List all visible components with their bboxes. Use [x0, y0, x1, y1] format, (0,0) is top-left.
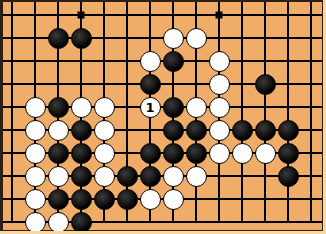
white-stone — [94, 143, 115, 164]
black-stone — [255, 74, 276, 95]
intersection-r3c9[interactable] — [185, 50, 208, 73]
intersection-r6c3[interactable] — [47, 119, 70, 142]
intersection-r4c5[interactable] — [93, 73, 116, 96]
intersection-r7c10[interactable] — [208, 142, 231, 165]
intersection-r1c13[interactable] — [277, 4, 300, 27]
black-stone — [48, 28, 69, 49]
intersection-r7c9[interactable] — [185, 142, 208, 165]
intersection-r8c14[interactable] — [300, 165, 323, 188]
go-diagram: 1 — [0, 0, 326, 234]
black-stone — [163, 120, 184, 141]
intersection-r1c2[interactable] — [24, 4, 47, 27]
intersection-r6c8[interactable] — [162, 119, 185, 142]
intersection-r4c3[interactable] — [47, 73, 70, 96]
intersection-r7c2[interactable] — [24, 142, 47, 165]
intersection-r7c13[interactable] — [277, 142, 300, 165]
intersection-r5c7[interactable]: 1 — [139, 96, 162, 119]
intersection-r1c11[interactable] — [231, 4, 254, 27]
intersection-r9c12[interactable] — [254, 188, 277, 211]
intersection-r7c8[interactable] — [162, 142, 185, 165]
intersection-r6c1[interactable] — [1, 119, 24, 142]
intersection-r6c5[interactable] — [93, 119, 116, 142]
board-intersections: 1 — [1, 4, 323, 234]
white-stone — [25, 189, 46, 210]
black-stone — [163, 97, 184, 118]
intersection-r8c13[interactable] — [277, 165, 300, 188]
white-stone — [140, 51, 161, 72]
black-stone — [232, 120, 253, 141]
intersection-r2c9[interactable] — [185, 27, 208, 50]
intersection-r5c11[interactable] — [231, 96, 254, 119]
intersection-r9c3[interactable] — [47, 188, 70, 211]
intersection-r6c10[interactable] — [208, 119, 231, 142]
intersection-r3c10[interactable] — [208, 50, 231, 73]
white-stone — [94, 120, 115, 141]
white-stone — [209, 120, 230, 141]
black-stone — [48, 189, 69, 210]
black-stone — [186, 143, 207, 164]
intersection-r4c7[interactable] — [139, 73, 162, 96]
intersection-r7c1[interactable] — [1, 142, 24, 165]
intersection-r1c14[interactable] — [300, 4, 323, 27]
white-stone — [25, 166, 46, 187]
black-stone — [278, 143, 299, 164]
white-stone — [163, 189, 184, 210]
intersection-r3c1[interactable] — [1, 50, 24, 73]
intersection-r4c2[interactable] — [24, 73, 47, 96]
intersection-r4c13[interactable] — [277, 73, 300, 96]
intersection-r6c2[interactable] — [24, 119, 47, 142]
intersection-r7c14[interactable] — [300, 142, 323, 165]
intersection-r4c8[interactable] — [162, 73, 185, 96]
intersection-r9c13[interactable] — [277, 188, 300, 211]
intersection-r6c12[interactable] — [254, 119, 277, 142]
intersection-r4c12[interactable] — [254, 73, 277, 96]
intersection-r1c10[interactable] — [208, 4, 231, 27]
go-board: 1 — [3, 2, 322, 230]
intersection-r4c10[interactable] — [208, 73, 231, 96]
intersection-r2c4[interactable] — [70, 27, 93, 50]
intersection-r2c1[interactable] — [1, 27, 24, 50]
intersection-r4c11[interactable] — [231, 73, 254, 96]
intersection-r1c6[interactable] — [116, 4, 139, 27]
intersection-r7c3[interactable] — [47, 142, 70, 165]
white-stone — [209, 74, 230, 95]
intersection-r2c12[interactable] — [254, 27, 277, 50]
intersection-r7c12[interactable] — [254, 142, 277, 165]
intersection-r3c4[interactable] — [70, 50, 93, 73]
intersection-r2c14[interactable] — [300, 27, 323, 50]
white-stone — [48, 166, 69, 187]
intersection-r6c11[interactable] — [231, 119, 254, 142]
white-stone — [209, 143, 230, 164]
black-stone — [71, 143, 92, 164]
intersection-r5c4[interactable] — [70, 96, 93, 119]
intersection-r5c3[interactable] — [47, 96, 70, 119]
white-stone — [25, 97, 46, 118]
intersection-r3c6[interactable] — [116, 50, 139, 73]
white-stone — [186, 28, 207, 49]
intersection-r3c11[interactable] — [231, 50, 254, 73]
intersection-r6c4[interactable] — [70, 119, 93, 142]
black-stone — [140, 74, 161, 95]
intersection-r8c11[interactable] — [231, 165, 254, 188]
intersection-r2c3[interactable] — [47, 27, 70, 50]
intersection-r1c5[interactable] — [93, 4, 116, 27]
intersection-r5c2[interactable] — [24, 96, 47, 119]
intersection-r7c5[interactable] — [93, 142, 116, 165]
intersection-r9c7[interactable] — [139, 188, 162, 211]
black-stone — [48, 143, 69, 164]
intersection-r1c12[interactable] — [254, 4, 277, 27]
intersection-r5c14[interactable] — [300, 96, 323, 119]
black-stone — [140, 166, 161, 187]
intersection-r5c13[interactable] — [277, 96, 300, 119]
white-stone — [48, 212, 69, 233]
white-stone — [255, 143, 276, 164]
intersection-r3c3[interactable] — [47, 50, 70, 73]
intersection-r3c12[interactable] — [254, 50, 277, 73]
intersection-r8c12[interactable] — [254, 165, 277, 188]
intersection-r9c1[interactable] — [1, 188, 24, 211]
intersection-r9c10[interactable] — [208, 188, 231, 211]
intersection-r8c8[interactable] — [162, 165, 185, 188]
intersection-r8c2[interactable] — [24, 165, 47, 188]
frame-light-edge-bottom — [0, 231, 326, 234]
intersection-r9c5[interactable] — [93, 188, 116, 211]
intersection-r4c6[interactable] — [116, 73, 139, 96]
intersection-r7c4[interactable] — [70, 142, 93, 165]
black-stone — [71, 28, 92, 49]
intersection-r7c6[interactable] — [116, 142, 139, 165]
intersection-r4c14[interactable] — [300, 73, 323, 96]
intersection-r9c9[interactable] — [185, 188, 208, 211]
intersection-r3c14[interactable] — [300, 50, 323, 73]
black-stone — [94, 189, 115, 210]
white-stone — [48, 120, 69, 141]
white-stone — [94, 97, 115, 118]
black-stone — [163, 143, 184, 164]
white-stone — [232, 143, 253, 164]
intersection-r5c6[interactable] — [116, 96, 139, 119]
black-stone — [71, 189, 92, 210]
white-stone — [186, 166, 207, 187]
intersection-r3c13[interactable] — [277, 50, 300, 73]
intersection-r4c1[interactable] — [1, 73, 24, 96]
white-stone — [163, 166, 184, 187]
white-stone — [71, 97, 92, 118]
white-stone — [25, 120, 46, 141]
white-stone — [209, 97, 230, 118]
white-stone — [163, 28, 184, 49]
black-stone — [71, 166, 92, 187]
black-stone — [163, 51, 184, 72]
intersection-r4c4[interactable] — [70, 73, 93, 96]
intersection-r6c6[interactable] — [116, 119, 139, 142]
intersection-r5c10[interactable] — [208, 96, 231, 119]
intersection-r2c2[interactable] — [24, 27, 47, 50]
intersection-r1c9[interactable] — [185, 4, 208, 27]
intersection-r8c1[interactable] — [1, 165, 24, 188]
white-stone — [25, 143, 46, 164]
intersection-r2c10[interactable] — [208, 27, 231, 50]
white-stone-move-1: 1 — [140, 97, 161, 118]
black-stone — [71, 212, 92, 233]
intersection-r2c5[interactable] — [93, 27, 116, 50]
black-stone — [48, 97, 69, 118]
intersection-r9c11[interactable] — [231, 188, 254, 211]
intersection-r5c12[interactable] — [254, 96, 277, 119]
intersection-r8c6[interactable] — [116, 165, 139, 188]
intersection-r8c5[interactable] — [93, 165, 116, 188]
intersection-r8c4[interactable] — [70, 165, 93, 188]
intersection-r2c13[interactable] — [277, 27, 300, 50]
intersection-r1c3[interactable] — [47, 4, 70, 27]
intersection-r7c7[interactable] — [139, 142, 162, 165]
intersection-r6c9[interactable] — [185, 119, 208, 142]
intersection-r6c14[interactable] — [300, 119, 323, 142]
intersection-r3c8[interactable] — [162, 50, 185, 73]
intersection-r3c7[interactable] — [139, 50, 162, 73]
intersection-r5c9[interactable] — [185, 96, 208, 119]
intersection-r7c11[interactable] — [231, 142, 254, 165]
intersection-r5c1[interactable] — [1, 96, 24, 119]
white-stone — [209, 51, 230, 72]
intersection-r2c8[interactable] — [162, 27, 185, 50]
black-stone — [117, 189, 138, 210]
white-stone — [140, 189, 161, 210]
intersection-r1c7[interactable] — [139, 4, 162, 27]
white-stone — [186, 97, 207, 118]
intersection-r8c7[interactable] — [139, 165, 162, 188]
black-stone — [71, 120, 92, 141]
intersection-r3c2[interactable] — [24, 50, 47, 73]
intersection-r2c11[interactable] — [231, 27, 254, 50]
intersection-r9c6[interactable] — [116, 188, 139, 211]
black-stone — [255, 120, 276, 141]
intersection-r6c13[interactable] — [277, 119, 300, 142]
intersection-r4c9[interactable] — [185, 73, 208, 96]
intersection-r6c7[interactable] — [139, 119, 162, 142]
intersection-r8c10[interactable] — [208, 165, 231, 188]
intersection-r8c3[interactable] — [47, 165, 70, 188]
intersection-r8c9[interactable] — [185, 165, 208, 188]
intersection-r1c8[interactable] — [162, 4, 185, 27]
intersection-r1c4[interactable] — [70, 4, 93, 27]
black-stone — [278, 166, 299, 187]
black-stone — [186, 120, 207, 141]
intersection-r5c5[interactable] — [93, 96, 116, 119]
white-stone — [94, 166, 115, 187]
intersection-r2c7[interactable] — [139, 27, 162, 50]
intersection-r2c6[interactable] — [116, 27, 139, 50]
intersection-r9c2[interactable] — [24, 188, 47, 211]
black-stone — [117, 166, 138, 187]
intersection-r9c14[interactable] — [300, 188, 323, 211]
intersection-r9c4[interactable] — [70, 188, 93, 211]
white-stone — [25, 212, 46, 233]
intersection-r3c5[interactable] — [93, 50, 116, 73]
intersection-r1c1[interactable] — [1, 4, 24, 27]
black-stone — [278, 120, 299, 141]
black-stone — [140, 143, 161, 164]
intersection-r9c8[interactable] — [162, 188, 185, 211]
intersection-r5c8[interactable] — [162, 96, 185, 119]
move-number-label: 1 — [145, 100, 154, 113]
